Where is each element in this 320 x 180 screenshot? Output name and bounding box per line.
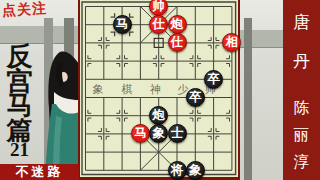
episode-number: 21	[5, 139, 34, 161]
player-name-bottom: 陈丽淳	[293, 81, 311, 175]
piece-black-马-2-1[interactable]: 马	[113, 15, 132, 34]
river-watermark-char: 神	[150, 83, 161, 95]
follow-label: 点关注	[2, 0, 48, 20]
piece-black-卒-7-4[interactable]: 卒	[204, 70, 223, 89]
column-decoration	[244, 18, 252, 180]
right-art-panel	[240, 0, 284, 180]
thumbnail-stage: 点关注 反宫马篇 21 不迷路 象棋神少帅 帅仕炮仕相马马卒卒炮象士将象 唐丹 …	[0, 0, 320, 180]
slogan-banner: 不迷路	[0, 164, 79, 180]
piece-black-士-5-7[interactable]: 士	[168, 124, 187, 143]
river-watermark-char: 象	[93, 83, 104, 95]
piece-red-仕-5-2[interactable]: 仕	[168, 33, 187, 52]
series-title: 反宫马篇	[5, 45, 34, 143]
xiangqi-board: 象棋神少帅 帅仕炮仕相马马卒卒炮象士将象	[80, 0, 238, 177]
piece-black-象-6-9[interactable]: 象	[186, 161, 205, 180]
piece-red-相-8-2[interactable]: 相	[222, 33, 241, 52]
player-name-band: 唐丹 陈丽淳	[283, 0, 320, 180]
piece-black-将-5-9[interactable]: 将	[168, 161, 187, 180]
player-name-top: 唐丹	[293, 0, 311, 81]
piece-red-炮-5-1[interactable]: 炮	[168, 15, 187, 34]
river-watermark-char: 棋	[122, 83, 133, 95]
piece-black-卒-6-5[interactable]: 卒	[186, 88, 205, 107]
board-frame: 象棋神少帅 帅仕炮仕相马马卒卒炮象士将象	[78, 0, 240, 180]
